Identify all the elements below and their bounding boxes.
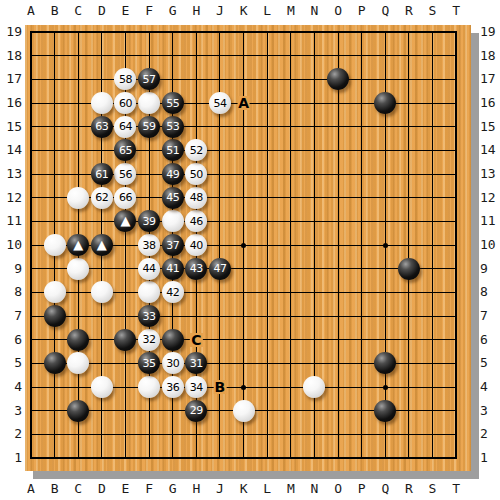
stone-white-G11[interactable] [162, 210, 184, 232]
move-number: 43 [190, 263, 203, 274]
move-number: 46 [190, 216, 203, 227]
stone-black-R9[interactable] [398, 258, 420, 280]
coord-top-P: P [350, 3, 374, 18]
coord-right-12: 12 [480, 190, 500, 205]
coord-left-3: 3 [1, 403, 22, 418]
move-number: 66 [119, 192, 132, 203]
coord-top-S: S [421, 3, 445, 18]
star-point-Q10 [383, 243, 388, 248]
coord-left-10: 10 [1, 237, 22, 252]
move-number: 42 [166, 287, 179, 298]
stone-black-D10-triangle[interactable]: ▲ [91, 234, 113, 256]
stone-black-E6[interactable] [114, 329, 136, 351]
coord-bottom-G: G [161, 481, 185, 496]
stone-black-D13-move-61[interactable]: 61 [91, 163, 113, 185]
coord-top-A: A [19, 3, 43, 18]
move-number: 31 [190, 358, 203, 369]
grid-line-horizontal-1 [30, 457, 457, 459]
coord-top-F: F [137, 3, 161, 18]
stone-white-G4-move-36[interactable]: 36 [162, 376, 184, 398]
move-number: 64 [119, 121, 132, 132]
coord-top-N: N [302, 3, 326, 18]
coord-left-13: 13 [1, 166, 22, 181]
move-number: 61 [95, 169, 108, 180]
triangle-mark-icon: ▲ [120, 214, 130, 227]
grid-line-horizontal-7 [30, 316, 457, 317]
move-number: 34 [190, 382, 203, 393]
star-point-Q4 [383, 385, 388, 390]
coord-right-9: 9 [480, 261, 500, 276]
stone-black-Q3[interactable] [374, 400, 396, 422]
move-number: 51 [166, 145, 179, 156]
coord-top-J: J [208, 3, 232, 18]
move-number: 40 [190, 240, 203, 251]
grid-line-vertical-O [338, 31, 339, 459]
coord-left-4: 4 [1, 379, 22, 394]
grid-line-vertical-T [455, 31, 457, 459]
move-number: 33 [143, 311, 156, 322]
coord-left-9: 9 [1, 261, 22, 276]
coord-bottom-B: B [43, 481, 67, 496]
stone-white-F16[interactable] [138, 92, 160, 114]
move-number: 44 [143, 263, 156, 274]
grid-line-horizontal-2 [30, 434, 457, 435]
coord-top-E: E [113, 3, 137, 18]
move-number: 54 [213, 98, 226, 109]
coord-bottom-H: H [184, 481, 208, 496]
stone-white-E12-move-66[interactable]: 66 [114, 187, 136, 209]
coord-top-Q: Q [373, 3, 397, 18]
move-number: 30 [166, 358, 179, 369]
coord-top-B: B [43, 3, 67, 18]
stone-white-B8[interactable] [44, 281, 66, 303]
stone-black-G9-move-41[interactable]: 41 [162, 258, 184, 280]
coord-right-19: 19 [480, 24, 500, 39]
coord-top-M: M [279, 3, 303, 18]
coord-bottom-O: O [326, 481, 350, 496]
stone-white-F6-move-32[interactable]: 32 [138, 329, 160, 351]
move-number: 63 [95, 121, 108, 132]
coord-top-L: L [255, 3, 279, 18]
grid-line-horizontal-9 [30, 268, 457, 269]
stone-black-F7-move-33[interactable]: 33 [138, 305, 160, 327]
coord-bottom-S: S [421, 481, 445, 496]
stone-black-B5[interactable] [44, 352, 66, 374]
coord-bottom-F: F [137, 481, 161, 496]
coord-right-7: 7 [480, 308, 500, 323]
stone-black-C6[interactable] [67, 329, 89, 351]
stone-white-H12-move-48[interactable]: 48 [185, 187, 207, 209]
move-number: 65 [119, 145, 132, 156]
coord-bottom-E: E [113, 481, 137, 496]
go-board[interactable]: ▲▲▲2930313233343536373839404142434445464… [0, 0, 500, 500]
move-number: 58 [119, 74, 132, 85]
coord-right-10: 10 [480, 237, 500, 252]
coord-right-3: 3 [480, 403, 500, 418]
coord-bottom-Q: Q [373, 481, 397, 496]
coord-left-14: 14 [1, 142, 22, 157]
coord-top-K: K [232, 3, 256, 18]
coord-bottom-N: N [302, 481, 326, 496]
stone-white-G8-move-42[interactable]: 42 [162, 281, 184, 303]
coord-right-16: 16 [480, 95, 500, 110]
stone-white-D12-move-62[interactable]: 62 [91, 187, 113, 209]
stone-white-F4[interactable] [138, 376, 160, 398]
move-number: 53 [166, 121, 179, 132]
coord-right-8: 8 [480, 284, 500, 299]
move-number: 41 [166, 263, 179, 274]
stone-black-D15-move-63[interactable]: 63 [91, 116, 113, 138]
grid-line-vertical-L [267, 31, 268, 459]
move-number: 29 [190, 405, 203, 416]
stone-white-J16-move-54[interactable]: 54 [209, 92, 231, 114]
coord-top-R: R [397, 3, 421, 18]
stone-black-G14-move-51[interactable]: 51 [162, 139, 184, 161]
grid-line-vertical-R [408, 31, 409, 459]
coord-right-5: 5 [480, 355, 500, 370]
stone-black-G12-move-45[interactable]: 45 [162, 187, 184, 209]
stone-black-J9-move-47[interactable]: 47 [209, 258, 231, 280]
coord-bottom-M: M [279, 481, 303, 496]
coord-left-6: 6 [1, 332, 22, 347]
move-number: 36 [166, 382, 179, 393]
coord-left-5: 5 [1, 355, 22, 370]
stone-white-D4[interactable] [91, 376, 113, 398]
stone-black-G13-move-49[interactable]: 49 [162, 163, 184, 185]
coord-left-16: 16 [1, 95, 22, 110]
coord-bottom-L: L [255, 481, 279, 496]
grid-line-vertical-M [290, 31, 291, 459]
point-label-C[interactable]: C [190, 333, 202, 347]
coord-right-11: 11 [480, 213, 500, 228]
stone-white-K3[interactable] [233, 400, 255, 422]
point-label-A[interactable]: A [237, 96, 250, 110]
stone-black-C3[interactable] [67, 400, 89, 422]
coord-top-O: O [326, 3, 350, 18]
coord-right-18: 18 [480, 48, 500, 63]
coord-left-12: 12 [1, 190, 22, 205]
coord-left-7: 7 [1, 308, 22, 323]
coord-bottom-K: K [232, 481, 256, 496]
coord-right-4: 4 [480, 379, 500, 394]
move-number: 52 [190, 145, 203, 156]
coord-bottom-A: A [19, 481, 43, 496]
move-number: 32 [143, 334, 156, 345]
triangle-mark-icon: ▲ [73, 238, 83, 251]
coord-left-18: 18 [1, 48, 22, 63]
stone-white-G5-move-30[interactable]: 30 [162, 352, 184, 374]
coord-right-1: 1 [480, 450, 500, 465]
star-point-K4 [241, 385, 246, 390]
coord-left-2: 2 [1, 426, 22, 441]
move-number: 55 [166, 98, 179, 109]
stone-black-G6[interactable] [162, 329, 184, 351]
coord-top-H: H [184, 3, 208, 18]
stone-black-H3-move-29[interactable]: 29 [185, 400, 207, 422]
star-point-K10 [241, 243, 246, 248]
coord-left-15: 15 [1, 119, 22, 134]
coord-bottom-C: C [66, 481, 90, 496]
stone-white-C12[interactable] [67, 187, 89, 209]
coord-left-17: 17 [1, 71, 22, 86]
move-number: 60 [119, 98, 132, 109]
stone-black-G10-move-37[interactable]: 37 [162, 234, 184, 256]
coord-left-19: 19 [1, 24, 22, 39]
move-number: 37 [166, 240, 179, 251]
stone-black-H9-move-43[interactable]: 43 [185, 258, 207, 280]
stone-white-E15-move-64[interactable]: 64 [114, 116, 136, 138]
move-number: 45 [166, 192, 179, 203]
coord-right-17: 17 [480, 71, 500, 86]
coord-bottom-D: D [90, 481, 114, 496]
move-number: 57 [143, 74, 156, 85]
move-number: 47 [213, 263, 226, 274]
coord-left-8: 8 [1, 284, 22, 299]
stone-white-C9[interactable] [67, 258, 89, 280]
move-number: 35 [143, 358, 156, 369]
coord-top-G: G [161, 3, 185, 18]
grid-line-vertical-S [432, 31, 433, 459]
move-number: 48 [190, 192, 203, 203]
move-number: 59 [143, 121, 156, 132]
stone-white-F9-move-44[interactable]: 44 [138, 258, 160, 280]
stone-black-F15-move-59[interactable]: 59 [138, 116, 160, 138]
coord-bottom-T: T [444, 481, 468, 496]
coord-top-C: C [66, 3, 90, 18]
stone-black-G15-move-53[interactable]: 53 [162, 116, 184, 138]
coord-right-6: 6 [480, 332, 500, 347]
coord-bottom-P: P [350, 481, 374, 496]
move-number: 38 [143, 240, 156, 251]
coord-left-1: 1 [1, 450, 22, 465]
move-number: 50 [190, 169, 203, 180]
coord-right-15: 15 [480, 119, 500, 134]
move-number: 39 [143, 216, 156, 227]
coord-right-2: 2 [480, 426, 500, 441]
coord-bottom-R: R [397, 481, 421, 496]
triangle-mark-icon: ▲ [97, 238, 107, 251]
coord-left-11: 11 [1, 213, 22, 228]
coord-right-13: 13 [480, 166, 500, 181]
stone-white-D16[interactable] [91, 92, 113, 114]
coord-right-14: 14 [480, 142, 500, 157]
coord-top-T: T [444, 3, 468, 18]
move-number: 49 [166, 169, 179, 180]
grid-line-horizontal-6 [30, 339, 457, 340]
grid-line-vertical-P [361, 31, 362, 459]
stone-white-B10[interactable] [44, 234, 66, 256]
coord-top-D: D [90, 3, 114, 18]
stone-white-F10-move-38[interactable]: 38 [138, 234, 160, 256]
coord-bottom-J: J [208, 481, 232, 496]
stone-black-B7[interactable] [44, 305, 66, 327]
point-label-B[interactable]: B [214, 380, 227, 394]
move-number: 56 [119, 169, 132, 180]
move-number: 62 [95, 192, 108, 203]
stone-black-G16-move-55[interactable]: 55 [162, 92, 184, 114]
